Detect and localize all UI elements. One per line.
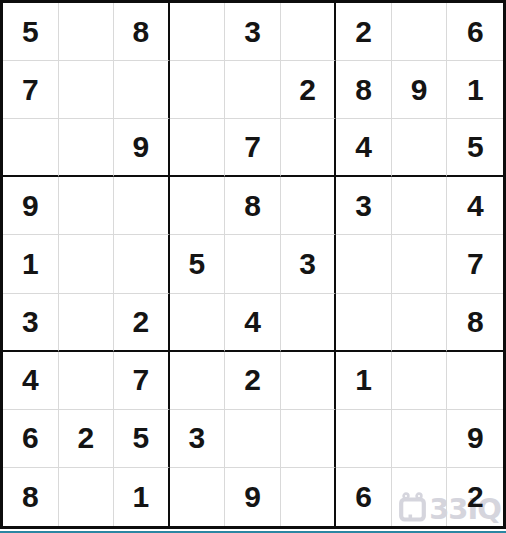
cell-r6c5[interactable]: 4 [225,294,281,352]
digit: 1 [22,249,39,279]
cell-r7c9[interactable] [447,352,503,410]
cell-r3c7[interactable]: 4 [336,119,392,177]
digit: 9 [411,75,428,105]
cell-r4c3[interactable] [114,177,170,235]
digit: 8 [133,17,150,47]
cell-r3c3[interactable]: 9 [114,119,170,177]
cell-r6c8[interactable] [392,294,448,352]
cell-r1c7[interactable]: 2 [336,3,392,61]
cell-r2c8[interactable]: 9 [392,61,448,119]
cell-r4c7[interactable]: 3 [336,177,392,235]
cell-r3c2[interactable] [59,119,115,177]
cell-r8c6[interactable] [281,410,337,468]
cell-r6c2[interactable] [59,294,115,352]
cell-r6c3[interactable]: 2 [114,294,170,352]
digit: 9 [133,132,150,162]
digit: 3 [355,191,372,221]
cell-r5c4[interactable]: 5 [170,235,226,293]
digit: 7 [467,249,484,279]
cell-r3c4[interactable] [170,119,226,177]
cell-r5c2[interactable] [59,235,115,293]
digit: 2 [77,423,94,453]
digit: 9 [244,482,261,512]
digit: 3 [299,249,316,279]
cell-r2c4[interactable] [170,61,226,119]
digit: 7 [133,365,150,395]
digit: 4 [355,132,372,162]
digit: 7 [244,132,261,162]
cell-r7c5[interactable]: 2 [225,352,281,410]
digit: 6 [355,482,372,512]
cell-r4c1[interactable]: 9 [3,177,59,235]
cell-r1c3[interactable]: 8 [114,3,170,61]
digit: 9 [467,423,484,453]
cell-r8c1[interactable]: 6 [3,410,59,468]
cell-r6c9[interactable]: 8 [447,294,503,352]
cell-r2c9[interactable]: 1 [447,61,503,119]
digit: 1 [133,482,150,512]
cell-r7c2[interactable] [59,352,115,410]
cell-r3c5[interactable]: 7 [225,119,281,177]
cell-r1c9[interactable]: 6 [447,3,503,61]
cell-r2c5[interactable] [225,61,281,119]
cell-r8c7[interactable] [336,410,392,468]
cell-r3c6[interactable] [281,119,337,177]
digit: 4 [467,191,484,221]
cell-r8c9[interactable]: 9 [447,410,503,468]
cell-r5c6[interactable]: 3 [281,235,337,293]
cell-r2c2[interactable] [59,61,115,119]
digit: 6 [467,17,484,47]
cell-r2c6[interactable]: 2 [281,61,337,119]
cell-r9c1[interactable]: 8 [3,468,59,526]
cell-r3c8[interactable] [392,119,448,177]
digit: 3 [189,423,206,453]
cell-r4c5[interactable]: 8 [225,177,281,235]
cell-r2c3[interactable] [114,61,170,119]
cell-r8c4[interactable]: 3 [170,410,226,468]
digit: 2 [299,75,316,105]
cell-r7c7[interactable]: 1 [336,352,392,410]
cell-r6c1[interactable]: 3 [3,294,59,352]
digit: 9 [22,191,39,221]
sudoku-board: 5832672891974598341537324847216253981962 [0,0,506,529]
cell-r5c7[interactable] [336,235,392,293]
digit: 8 [355,75,372,105]
cell-r7c1[interactable]: 4 [3,352,59,410]
digit: 4 [22,365,39,395]
digit: 3 [244,17,261,47]
cell-r5c8[interactable] [392,235,448,293]
cell-r5c3[interactable] [114,235,170,293]
digit: 3 [22,307,39,337]
cell-r4c9[interactable]: 4 [447,177,503,235]
cell-r9c6[interactable] [281,468,337,526]
cell-r1c1[interactable]: 5 [3,3,59,61]
cell-r3c1[interactable] [3,119,59,177]
cell-r5c1[interactable]: 1 [3,235,59,293]
cell-r8c2[interactable]: 2 [59,410,115,468]
cell-r4c8[interactable] [392,177,448,235]
cell-r6c7[interactable] [336,294,392,352]
cell-r9c5[interactable]: 9 [225,468,281,526]
cell-r8c3[interactable]: 5 [114,410,170,468]
cell-r9c8[interactable] [392,468,448,526]
cell-r2c7[interactable]: 8 [336,61,392,119]
cell-r7c3[interactable]: 7 [114,352,170,410]
cell-r9c2[interactable] [59,468,115,526]
digit: 2 [133,307,150,337]
cell-r7c4[interactable] [170,352,226,410]
cell-r5c9[interactable]: 7 [447,235,503,293]
cell-r3c9[interactable]: 5 [447,119,503,177]
digit: 6 [22,423,39,453]
digit: 8 [467,307,484,337]
digit: 7 [22,75,39,105]
cell-r2c1[interactable]: 7 [3,61,59,119]
cell-r4c6[interactable] [281,177,337,235]
digit: 2 [467,482,484,512]
cell-r6c6[interactable] [281,294,337,352]
digit: 5 [189,249,206,279]
digit: 4 [244,307,261,337]
cell-r7c8[interactable] [392,352,448,410]
cell-r8c5[interactable] [225,410,281,468]
digit: 1 [355,365,372,395]
cell-r5c5[interactable] [225,235,281,293]
digit: 5 [133,423,150,453]
cell-r1c4[interactable] [170,3,226,61]
cell-r9c4[interactable] [170,468,226,526]
cell-r1c8[interactable] [392,3,448,61]
cell-r9c7[interactable]: 6 [336,468,392,526]
digit: 5 [22,17,39,47]
cell-r1c5[interactable]: 3 [225,3,281,61]
cell-r6c4[interactable] [170,294,226,352]
digit: 1 [467,75,484,105]
cell-r1c6[interactable] [281,3,337,61]
cell-r9c9[interactable]: 2 [447,468,503,526]
digit: 5 [467,132,484,162]
cell-r7c6[interactable] [281,352,337,410]
cell-r1c2[interactable] [59,3,115,61]
cell-r4c2[interactable] [59,177,115,235]
digit: 2 [244,365,261,395]
cell-r8c8[interactable] [392,410,448,468]
digit: 8 [22,482,39,512]
digit: 2 [355,17,372,47]
cell-r4c4[interactable] [170,177,226,235]
cell-r9c3[interactable]: 1 [114,468,170,526]
sudoku-screenshot: 5832672891974598341537324847216253981962… [0,0,506,533]
digit: 8 [244,191,261,221]
